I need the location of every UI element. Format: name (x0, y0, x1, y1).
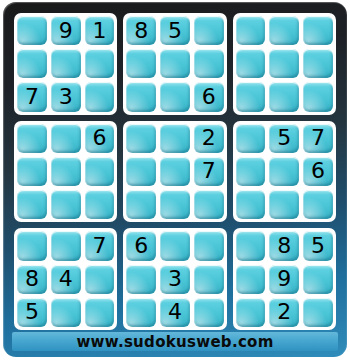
cell-r4c2[interactable] (51, 124, 81, 153)
cell-r5c2[interactable] (51, 157, 81, 186)
cell-r8c1[interactable]: 8 (17, 265, 47, 294)
cell-r2c7[interactable] (236, 49, 266, 78)
cell-r2c9[interactable] (303, 49, 333, 78)
footer-band: www.sudokusweb.com (12, 332, 338, 351)
cell-r8c3[interactable] (85, 265, 115, 294)
cell-r4c4[interactable] (126, 124, 156, 153)
cell-r7c5[interactable] (160, 231, 190, 260)
cell-r4c6[interactable]: 2 (194, 124, 224, 153)
cell-r2c6[interactable] (194, 49, 224, 78)
cell-r5c8[interactable] (269, 157, 299, 186)
cell-r5c5[interactable] (160, 157, 190, 186)
cell-r7c3[interactable]: 7 (85, 231, 115, 260)
cell-r7c2[interactable] (51, 231, 81, 260)
cell-r6c1[interactable] (17, 190, 47, 219)
cell-r3c2[interactable]: 3 (51, 82, 81, 111)
cell-r8c9[interactable] (303, 265, 333, 294)
cell-r7c4[interactable]: 6 (126, 231, 156, 260)
cell-r6c8[interactable] (269, 190, 299, 219)
cell-r7c8[interactable]: 8 (269, 231, 299, 260)
cell-r7c9[interactable]: 5 (303, 231, 333, 260)
cell-r6c5[interactable] (160, 190, 190, 219)
cell-r3c6[interactable]: 6 (194, 82, 224, 111)
cell-r9c2[interactable] (51, 298, 81, 327)
cell-r5c4[interactable] (126, 157, 156, 186)
cell-r4c7[interactable] (236, 124, 266, 153)
cell-r6c2[interactable] (51, 190, 81, 219)
box-1-1: 9173 (14, 13, 117, 115)
cell-r9c7[interactable] (236, 298, 266, 327)
cell-r1c4[interactable]: 8 (126, 16, 156, 45)
cell-r7c6[interactable] (194, 231, 224, 260)
cell-r6c4[interactable] (126, 190, 156, 219)
cell-r2c2[interactable] (51, 49, 81, 78)
cell-r1c6[interactable] (194, 16, 224, 45)
cell-r8c6[interactable] (194, 265, 224, 294)
cell-r2c5[interactable] (160, 49, 190, 78)
box-1-2: 856 (123, 13, 226, 115)
cell-r2c3[interactable] (85, 49, 115, 78)
cell-r8c4[interactable] (126, 265, 156, 294)
site-url-label: www.sudokusweb.com (76, 333, 273, 351)
cell-r8c2[interactable]: 4 (51, 265, 81, 294)
cell-r9c1[interactable]: 5 (17, 298, 47, 327)
cell-r9c9[interactable] (303, 298, 333, 327)
box-2-2: 27 (123, 121, 226, 223)
cell-r5c7[interactable] (236, 157, 266, 186)
box-3-1: 7845 (14, 228, 117, 330)
cell-r8c7[interactable] (236, 265, 266, 294)
cell-r3c8[interactable] (269, 82, 299, 111)
cell-r4c3[interactable]: 6 (85, 124, 115, 153)
box-2-1: 6 (14, 121, 117, 223)
cell-r9c8[interactable]: 2 (269, 298, 299, 327)
cell-r9c3[interactable] (85, 298, 115, 327)
cell-r9c4[interactable] (126, 298, 156, 327)
cell-r1c7[interactable] (236, 16, 266, 45)
cell-r1c2[interactable]: 9 (51, 16, 81, 45)
cell-r5c3[interactable] (85, 157, 115, 186)
cell-r6c6[interactable] (194, 190, 224, 219)
cell-r2c1[interactable] (17, 49, 47, 78)
cell-r3c1[interactable]: 7 (17, 82, 47, 111)
box-3-3: 8592 (233, 228, 336, 330)
cell-r5c9[interactable]: 6 (303, 157, 333, 186)
cell-r6c9[interactable] (303, 190, 333, 219)
cell-r2c8[interactable] (269, 49, 299, 78)
cell-r3c4[interactable] (126, 82, 156, 111)
cell-r2c4[interactable] (126, 49, 156, 78)
box-3-2: 634 (123, 228, 226, 330)
cell-r8c8[interactable]: 9 (269, 265, 299, 294)
cell-r1c1[interactable] (17, 16, 47, 45)
cell-r7c7[interactable] (236, 231, 266, 260)
cell-r4c5[interactable] (160, 124, 190, 153)
cell-r5c1[interactable] (17, 157, 47, 186)
cell-r4c8[interactable]: 5 (269, 124, 299, 153)
cell-r1c5[interactable]: 5 (160, 16, 190, 45)
cell-r5c6[interactable]: 7 (194, 157, 224, 186)
cell-r6c3[interactable] (85, 190, 115, 219)
cell-r1c8[interactable] (269, 16, 299, 45)
cell-r3c7[interactable] (236, 82, 266, 111)
sudoku-board-frame: 917385662757678456348592 www.sudokusweb.… (3, 2, 347, 357)
cell-r8c5[interactable]: 3 (160, 265, 190, 294)
cell-r1c3[interactable]: 1 (85, 16, 115, 45)
cell-r4c1[interactable] (17, 124, 47, 153)
cell-r3c5[interactable] (160, 82, 190, 111)
cell-r9c5[interactable]: 4 (160, 298, 190, 327)
box-1-3 (233, 13, 336, 115)
cell-r7c1[interactable] (17, 231, 47, 260)
box-2-3: 576 (233, 121, 336, 223)
cell-r4c9[interactable]: 7 (303, 124, 333, 153)
cell-r9c6[interactable] (194, 298, 224, 327)
sudoku-board: 917385662757678456348592 (14, 13, 336, 330)
cell-r6c7[interactable] (236, 190, 266, 219)
cell-r3c9[interactable] (303, 82, 333, 111)
cell-r3c3[interactable] (85, 82, 115, 111)
cell-r1c9[interactable] (303, 16, 333, 45)
